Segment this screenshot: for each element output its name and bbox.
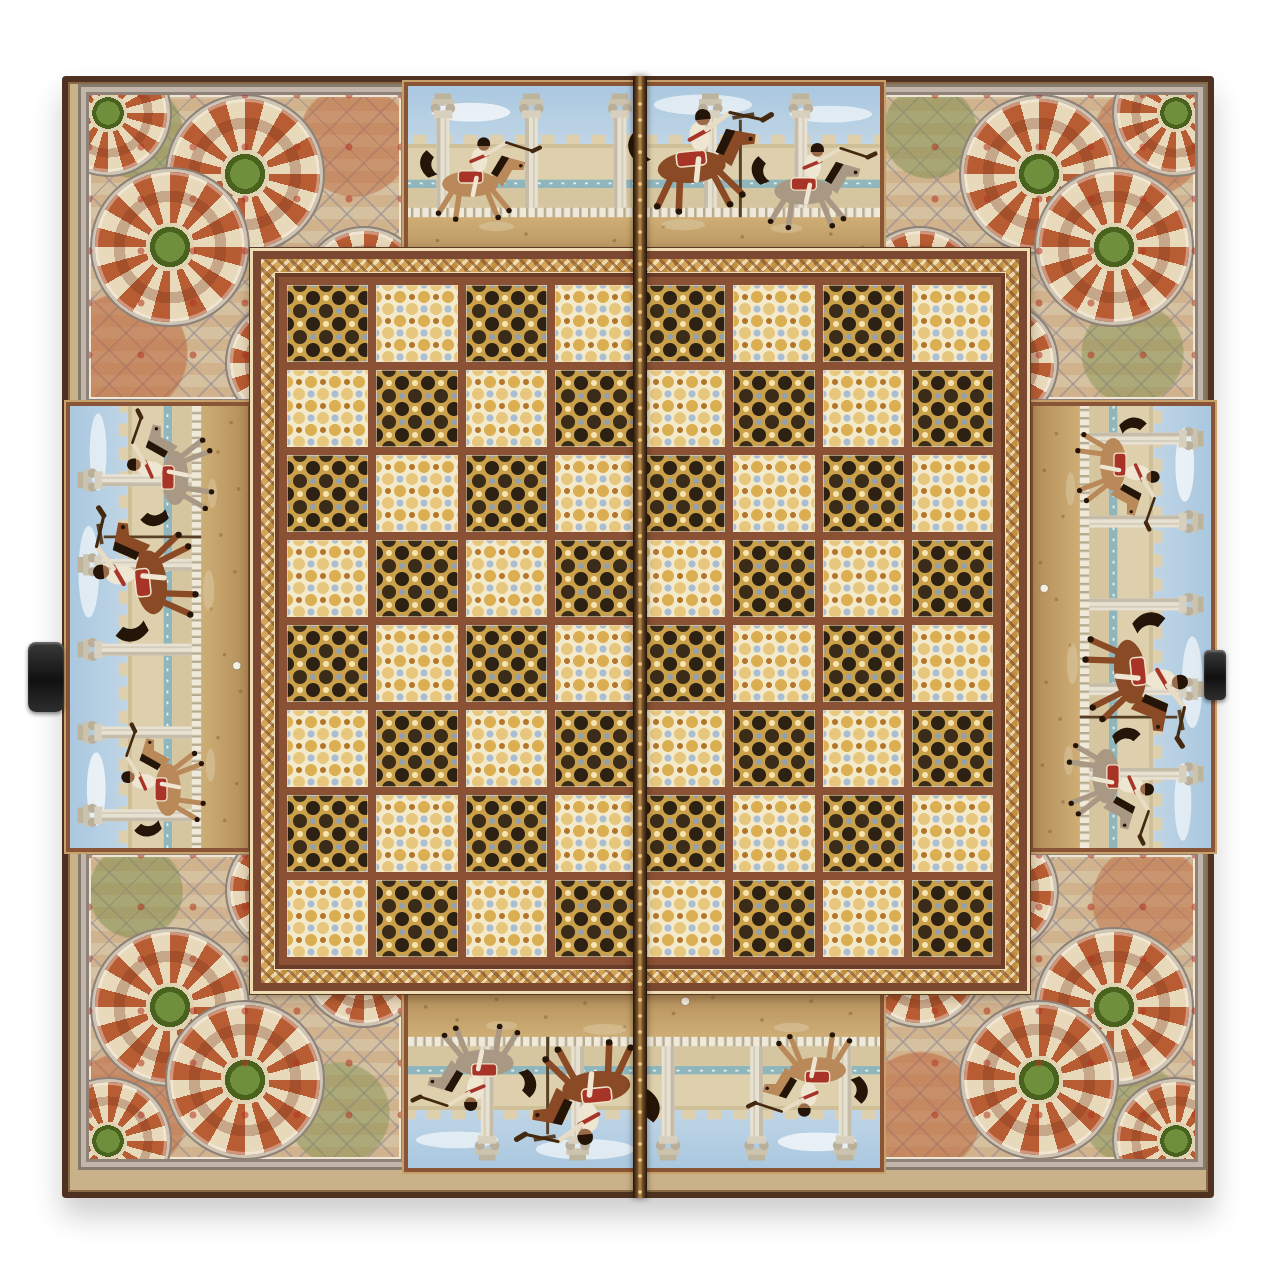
square-d1[interactable] (555, 880, 636, 957)
square-b2[interactable] (376, 795, 457, 872)
square-e4[interactable] (644, 625, 725, 702)
square-d7[interactable] (555, 370, 636, 447)
square-e5[interactable] (644, 540, 725, 617)
square-c6[interactable] (466, 455, 547, 532)
girih-rosette (95, 932, 245, 1082)
girih-rosette (86, 92, 167, 172)
square-c2[interactable] (466, 795, 547, 872)
girih-rosette (86, 1082, 167, 1162)
square-g6[interactable] (823, 455, 904, 532)
girih-rosette (1117, 92, 1198, 172)
square-e3[interactable] (644, 710, 725, 787)
square-b8[interactable] (376, 285, 457, 362)
girih-rosette (170, 1005, 320, 1155)
polo-scene-left (66, 402, 252, 852)
square-b1[interactable] (376, 880, 457, 957)
square-b6[interactable] (376, 455, 457, 532)
square-h5[interactable] (912, 540, 993, 617)
square-d3[interactable] (555, 710, 636, 787)
square-d8[interactable] (555, 285, 636, 362)
square-e2[interactable] (644, 795, 725, 872)
square-g4[interactable] (823, 625, 904, 702)
square-a8[interactable] (287, 285, 368, 362)
square-h1[interactable] (912, 880, 993, 957)
square-g2[interactable] (823, 795, 904, 872)
girih-rosette (1117, 1082, 1198, 1162)
square-d4[interactable] (555, 625, 636, 702)
square-e6[interactable] (644, 455, 725, 532)
square-d5[interactable] (555, 540, 636, 617)
square-c7[interactable] (466, 370, 547, 447)
girih-rosette (1039, 932, 1189, 1082)
square-c8[interactable] (466, 285, 547, 362)
girih-rosette (170, 99, 320, 249)
square-h8[interactable] (912, 285, 993, 362)
polo-scene-right (1029, 402, 1215, 852)
square-a6[interactable] (287, 455, 368, 532)
square-e7[interactable] (644, 370, 725, 447)
square-f1[interactable] (733, 880, 814, 957)
square-f7[interactable] (733, 370, 814, 447)
girih-rosette (964, 99, 1114, 249)
square-g8[interactable] (823, 285, 904, 362)
square-d6[interactable] (555, 455, 636, 532)
square-b4[interactable] (376, 625, 457, 702)
square-g3[interactable] (823, 710, 904, 787)
square-d2[interactable] (555, 795, 636, 872)
photo-background (0, 0, 1280, 1280)
square-c5[interactable] (466, 540, 547, 617)
left-clasp[interactable] (28, 642, 64, 712)
square-a5[interactable] (287, 540, 368, 617)
square-b7[interactable] (376, 370, 457, 447)
square-f4[interactable] (733, 625, 814, 702)
girih-rosette (95, 172, 245, 322)
square-f8[interactable] (733, 285, 814, 362)
square-c1[interactable] (466, 880, 547, 957)
square-e1[interactable] (644, 880, 725, 957)
square-f6[interactable] (733, 455, 814, 532)
square-g7[interactable] (823, 370, 904, 447)
girih-rosette (1039, 172, 1189, 322)
square-a4[interactable] (287, 625, 368, 702)
square-c4[interactable] (466, 625, 547, 702)
square-h6[interactable] (912, 455, 993, 532)
fold-seam-hinge (633, 76, 647, 1198)
right-latch-pin[interactable] (1204, 650, 1226, 700)
girih-rosette (964, 1005, 1114, 1155)
square-f2[interactable] (733, 795, 814, 872)
square-a3[interactable] (287, 710, 368, 787)
square-h4[interactable] (912, 625, 993, 702)
square-b5[interactable] (376, 540, 457, 617)
square-f5[interactable] (733, 540, 814, 617)
square-c3[interactable] (466, 710, 547, 787)
square-b3[interactable] (376, 710, 457, 787)
folding-board (62, 76, 1214, 1198)
square-h7[interactable] (912, 370, 993, 447)
square-h3[interactable] (912, 710, 993, 787)
square-e8[interactable] (644, 285, 725, 362)
square-h2[interactable] (912, 795, 993, 872)
square-f3[interactable] (733, 710, 814, 787)
square-a7[interactable] (287, 370, 368, 447)
square-g1[interactable] (823, 880, 904, 957)
square-g5[interactable] (823, 540, 904, 617)
square-a1[interactable] (287, 880, 368, 957)
square-a2[interactable] (287, 795, 368, 872)
